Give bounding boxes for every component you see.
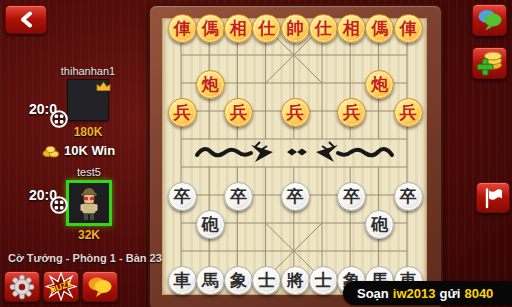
buzz-starburst-icon: BUZZ xyxy=(45,272,77,301)
xiangqi-piece-r3c4[interactable]: 兵 xyxy=(281,98,310,127)
chat-button[interactable] xyxy=(82,271,118,302)
player2-amount: 32K xyxy=(44,228,134,242)
xiangqi-piece-r0c3[interactable]: 仕 xyxy=(252,14,281,43)
chat-bubbles-icon xyxy=(86,275,114,298)
player1-amount: 180K xyxy=(43,125,133,139)
player2-avatar-character xyxy=(69,183,109,223)
xiangqi-board[interactable]: 俥傌相仕帥仕相傌俥炮炮兵兵兵兵兵卒卒卒卒卒砲砲車馬象士將士象馬車 xyxy=(162,18,427,295)
prize-banner: 10K Win xyxy=(42,143,115,158)
xiangqi-piece-r0c1[interactable]: 傌 xyxy=(196,14,225,43)
room-label: Cờ Tướng - Phòng 1 - Bàn 23 xyxy=(8,252,162,264)
xiangqi-piece-r0c2[interactable]: 相 xyxy=(224,14,253,43)
messages-button[interactable] xyxy=(472,4,507,36)
xiangqi-piece-r3c2[interactable]: 兵 xyxy=(224,98,253,127)
xiangqi-piece-r9c4[interactable]: 將 xyxy=(281,266,310,295)
surrender-button[interactable] xyxy=(476,182,510,213)
player1-avatar[interactable] xyxy=(68,80,108,120)
xiangqi-piece-r0c6[interactable]: 相 xyxy=(337,14,366,43)
xiangqi-piece-r9c1[interactable]: 馬 xyxy=(196,266,225,295)
xiangqi-piece-r6c8[interactable]: 卒 xyxy=(394,182,423,211)
sms-part1: Soạn xyxy=(357,286,389,301)
xiangqi-piece-r7c1[interactable]: 砲 xyxy=(196,210,225,239)
flag-icon xyxy=(482,187,504,209)
xiangqi-piece-r3c8[interactable]: 兵 xyxy=(394,98,423,127)
sms-code1: iw2013 xyxy=(393,286,436,301)
xiangqi-piece-r9c0[interactable]: 車 xyxy=(168,266,197,295)
xiangqi-piece-r0c8[interactable]: 俥 xyxy=(394,14,423,43)
back-button[interactable] xyxy=(5,5,47,34)
xiangqi-piece-r0c0[interactable]: 俥 xyxy=(168,14,197,43)
xiangqi-piece-r9c5[interactable]: 士 xyxy=(309,266,338,295)
xiangqi-board-frame: 俥傌相仕帥仕相傌俥炮炮兵兵兵兵兵卒卒卒卒卒砲砲車馬象士將士象馬車 xyxy=(148,4,443,307)
board-grid xyxy=(163,19,426,294)
gear-icon xyxy=(9,274,35,300)
game-screen: 俥傌相仕帥仕相傌俥炮炮兵兵兵兵兵卒卒卒卒卒砲砲車馬象士將士象馬車 thihanh… xyxy=(0,0,512,307)
xiangqi-piece-r6c2[interactable]: 卒 xyxy=(224,182,253,211)
buzz-button[interactable]: BUZZ xyxy=(43,271,79,302)
player2-timer-icon xyxy=(50,196,68,214)
xiangqi-piece-r2c1[interactable]: 炮 xyxy=(196,70,225,99)
xiangqi-piece-r6c6[interactable]: 卒 xyxy=(337,182,366,211)
xiangqi-piece-r2c7[interactable]: 炮 xyxy=(365,70,394,99)
xiangqi-piece-r0c4[interactable]: 帥 xyxy=(281,14,310,43)
coins-icon xyxy=(42,143,61,158)
coins-plus-icon xyxy=(476,50,504,76)
xiangqi-piece-r9c2[interactable]: 象 xyxy=(224,266,253,295)
player2-name: test5 xyxy=(44,166,134,178)
player2-avatar[interactable] xyxy=(66,180,112,226)
xiangqi-piece-r3c0[interactable]: 兵 xyxy=(168,98,197,127)
player1-name: thihanhan1 xyxy=(43,65,133,77)
back-chevron-icon xyxy=(19,11,34,28)
settings-button[interactable] xyxy=(4,271,40,302)
prize-label: 10K Win xyxy=(64,143,115,158)
xiangqi-piece-r0c7[interactable]: 傌 xyxy=(365,14,394,43)
xiangqi-piece-r9c3[interactable]: 士 xyxy=(252,266,281,295)
sms-code2: 8040 xyxy=(464,286,493,301)
crown-icon xyxy=(96,78,111,96)
river-dragon-decoration xyxy=(197,142,392,162)
xiangqi-piece-r6c0[interactable]: 卒 xyxy=(168,182,197,211)
xiangqi-piece-r0c5[interactable]: 仕 xyxy=(309,14,338,43)
sms-part2: gửi xyxy=(439,286,460,301)
xiangqi-piece-r3c6[interactable]: 兵 xyxy=(337,98,366,127)
sms-instruction-bar: Soạn iw2013 gửi 8040 xyxy=(343,281,512,305)
add-coins-button[interactable] xyxy=(472,47,507,79)
speech-bubbles-icon xyxy=(476,8,504,32)
xiangqi-piece-r6c4[interactable]: 卒 xyxy=(281,182,310,211)
xiangqi-piece-r7c7[interactable]: 砲 xyxy=(365,210,394,239)
